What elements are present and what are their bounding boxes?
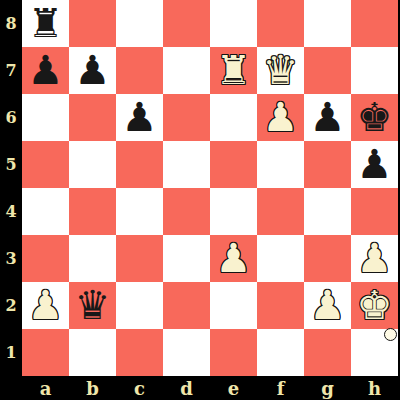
piece-white-pawn-g2[interactable]: ♟ (310, 282, 346, 329)
square-a2[interactable]: ♟ (22, 282, 69, 329)
square-c1[interactable] (116, 329, 163, 376)
rank-label-7: 7 (0, 47, 22, 94)
square-g8[interactable] (304, 0, 351, 47)
square-f3[interactable] (257, 235, 304, 282)
square-h5[interactable]: ♟ (351, 141, 398, 188)
file-label-b: b (69, 376, 116, 400)
square-b2[interactable]: ♛ (69, 282, 116, 329)
piece-black-pawn-a7[interactable]: ♟ (28, 47, 64, 94)
file-label-f: f (257, 376, 304, 400)
square-f6[interactable]: ♟ (257, 94, 304, 141)
square-g7[interactable] (304, 47, 351, 94)
square-h4[interactable] (351, 188, 398, 235)
square-h8[interactable] (351, 0, 398, 47)
square-e7[interactable]: ♜ (210, 47, 257, 94)
file-label-h: h (351, 376, 398, 400)
piece-black-pawn-b7[interactable]: ♟ (75, 47, 111, 94)
square-a5[interactable] (22, 141, 69, 188)
piece-black-rook-a8[interactable]: ♜ (28, 0, 64, 47)
square-e4[interactable] (210, 188, 257, 235)
square-a7[interactable]: ♟ (22, 47, 69, 94)
square-g6[interactable]: ♟ (304, 94, 351, 141)
square-b8[interactable] (69, 0, 116, 47)
square-a1[interactable] (22, 329, 69, 376)
square-h6[interactable]: ♚ (351, 94, 398, 141)
rank-labels: 87654321 (0, 0, 22, 376)
square-d8[interactable] (163, 0, 210, 47)
square-g3[interactable] (304, 235, 351, 282)
square-e8[interactable] (210, 0, 257, 47)
square-c2[interactable] (116, 282, 163, 329)
piece-white-pawn-e3[interactable]: ♟ (216, 235, 252, 282)
square-d2[interactable] (163, 282, 210, 329)
square-b4[interactable] (69, 188, 116, 235)
square-f1[interactable] (257, 329, 304, 376)
square-e3[interactable]: ♟ (210, 235, 257, 282)
square-a8[interactable]: ♜ (22, 0, 69, 47)
square-h7[interactable] (351, 47, 398, 94)
square-b3[interactable] (69, 235, 116, 282)
square-a4[interactable] (22, 188, 69, 235)
white-to-move-indicator (384, 328, 397, 341)
square-f5[interactable] (257, 141, 304, 188)
piece-black-king-h6[interactable]: ♚ (357, 94, 393, 141)
square-c7[interactable] (116, 47, 163, 94)
square-h2[interactable]: ♚ (351, 282, 398, 329)
square-a3[interactable] (22, 235, 69, 282)
square-e6[interactable] (210, 94, 257, 141)
rank-label-4: 4 (0, 188, 22, 235)
square-c3[interactable] (116, 235, 163, 282)
chess-board-frame: 87654321 ♜♟♟♜♛♟♟♟♚♟♟♟♟♛♟♚ abcdefgh (0, 0, 400, 400)
piece-black-pawn-h5[interactable]: ♟ (357, 141, 393, 188)
square-c5[interactable] (116, 141, 163, 188)
square-f2[interactable] (257, 282, 304, 329)
piece-white-pawn-f6[interactable]: ♟ (263, 94, 299, 141)
rank-label-8: 8 (0, 0, 22, 47)
chess-board: ♜♟♟♜♛♟♟♟♚♟♟♟♟♛♟♚ (22, 0, 398, 376)
file-label-d: d (163, 376, 210, 400)
square-d1[interactable] (163, 329, 210, 376)
square-b6[interactable] (69, 94, 116, 141)
square-g5[interactable] (304, 141, 351, 188)
square-d6[interactable] (163, 94, 210, 141)
file-labels: abcdefgh (22, 376, 398, 400)
square-d4[interactable] (163, 188, 210, 235)
square-f7[interactable]: ♛ (257, 47, 304, 94)
square-d3[interactable] (163, 235, 210, 282)
square-d5[interactable] (163, 141, 210, 188)
square-e1[interactable] (210, 329, 257, 376)
square-e2[interactable] (210, 282, 257, 329)
rank-label-6: 6 (0, 94, 22, 141)
rank-label-5: 5 (0, 141, 22, 188)
rank-label-1: 1 (0, 329, 22, 376)
file-label-g: g (304, 376, 351, 400)
rank-label-3: 3 (0, 235, 22, 282)
square-b7[interactable]: ♟ (69, 47, 116, 94)
square-a6[interactable] (22, 94, 69, 141)
square-b1[interactable] (69, 329, 116, 376)
square-b5[interactable] (69, 141, 116, 188)
file-label-a: a (22, 376, 69, 400)
square-h3[interactable]: ♟ (351, 235, 398, 282)
piece-white-rook-e7[interactable]: ♜ (216, 47, 252, 94)
square-d7[interactable] (163, 47, 210, 94)
piece-black-queen-b2[interactable]: ♛ (75, 282, 111, 329)
piece-white-pawn-a2[interactable]: ♟ (28, 282, 64, 329)
file-label-c: c (116, 376, 163, 400)
file-label-e: e (210, 376, 257, 400)
square-f8[interactable] (257, 0, 304, 47)
square-c8[interactable] (116, 0, 163, 47)
square-e5[interactable] (210, 141, 257, 188)
piece-black-pawn-g6[interactable]: ♟ (310, 94, 346, 141)
square-f4[interactable] (257, 188, 304, 235)
square-g4[interactable] (304, 188, 351, 235)
piece-white-pawn-h3[interactable]: ♟ (357, 235, 393, 282)
piece-white-king-h2[interactable]: ♚ (357, 282, 393, 329)
square-c4[interactable] (116, 188, 163, 235)
piece-white-queen-f7[interactable]: ♛ (263, 47, 299, 94)
square-g2[interactable]: ♟ (304, 282, 351, 329)
piece-black-pawn-c6[interactable]: ♟ (122, 94, 158, 141)
square-c6[interactable]: ♟ (116, 94, 163, 141)
square-g1[interactable] (304, 329, 351, 376)
rank-label-2: 2 (0, 282, 22, 329)
